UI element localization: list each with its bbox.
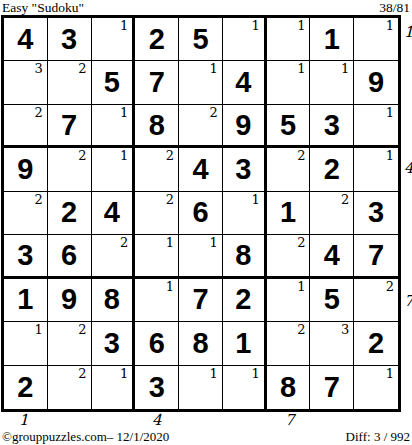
- cell-r9c3[interactable]: 1: [92, 366, 136, 409]
- cell-digit: 9: [354, 61, 398, 103]
- pencil-mark: 2: [297, 322, 305, 337]
- cell-r4c4[interactable]: 2: [135, 148, 179, 191]
- row-label-1: 1: [404, 25, 412, 39]
- pencil-mark: 1: [210, 61, 218, 76]
- cell-r3c3[interactable]: 1: [92, 105, 136, 148]
- cell-digit: 4: [92, 192, 133, 234]
- cell-digit: 2: [135, 18, 178, 60]
- cell-digit: 5: [267, 105, 310, 145]
- cell-digit: 7: [179, 279, 222, 321]
- pencil-mark: 1: [166, 279, 174, 294]
- cell-digit: 3: [4, 235, 47, 275]
- pencil-mark: 2: [78, 322, 86, 337]
- cell-r4c5[interactable]: 4: [179, 148, 223, 191]
- pencil-mark: 1: [120, 366, 128, 381]
- pencil-mark: 3: [34, 61, 42, 76]
- cell-r4c6[interactable]: 3: [223, 148, 267, 191]
- cell-r7c4[interactable]: 1: [135, 279, 179, 322]
- puzzle-page: Easy "Sudoku" 38/81 43125111132571411927…: [0, 0, 412, 445]
- cell-r1c5[interactable]: 5: [179, 18, 223, 61]
- row-label-7: 7: [404, 294, 412, 308]
- pencil-mark: 1: [251, 18, 259, 33]
- cell-r7c2[interactable]: 9: [48, 279, 92, 322]
- cell-r2c9[interactable]: 9: [354, 61, 398, 104]
- cell-r3c7[interactable]: 5: [267, 105, 311, 148]
- cell-digit: 5: [310, 279, 353, 321]
- pencil-mark: 1: [341, 61, 349, 76]
- cell-r8c9[interactable]: 2: [354, 322, 398, 365]
- cell-r9c4[interactable]: 3: [135, 366, 179, 409]
- cell-digit: 5: [179, 18, 222, 60]
- col-label-7: 7: [285, 413, 295, 427]
- cell-r9c7[interactable]: 8: [267, 366, 311, 409]
- cell-r5c8[interactable]: 2: [310, 192, 354, 235]
- cell-digit: 6: [135, 322, 178, 364]
- cell-r6c7[interactable]: 2: [267, 235, 311, 278]
- cell-r5c3[interactable]: 4: [92, 192, 136, 235]
- pencil-mark: 1: [386, 366, 394, 381]
- cell-digit: 8: [179, 322, 222, 364]
- sudoku-board: 4312511113257141192718295319212432212242…: [1, 15, 401, 412]
- cell-r8c8[interactable]: 3: [310, 322, 354, 365]
- cell-digit: 3: [48, 18, 91, 60]
- cell-r7c9[interactable]: 2: [354, 279, 398, 322]
- pencil-mark: 1: [297, 279, 305, 294]
- cell-digit: 2: [48, 192, 91, 234]
- pencil-mark: 1: [386, 18, 394, 33]
- col-label-4: 4: [152, 413, 162, 427]
- cell-r6c6[interactable]: 8: [223, 235, 267, 278]
- cell-r9c2[interactable]: 2: [48, 366, 92, 409]
- cell-digit: 6: [179, 192, 222, 234]
- cell-r8c6[interactable]: 1: [223, 322, 267, 365]
- cell-r9c9[interactable]: 1: [354, 366, 398, 409]
- pencil-mark: 1: [34, 322, 42, 337]
- cell-r8c3[interactable]: 3: [92, 322, 136, 365]
- pencil-mark: 2: [78, 148, 86, 163]
- cell-r9c8[interactable]: 7: [310, 366, 354, 409]
- cell-digit: 8: [223, 235, 264, 275]
- cell-r1c4[interactable]: 2: [135, 18, 179, 61]
- cell-r7c3[interactable]: 8: [92, 279, 136, 322]
- cell-r2c3[interactable]: 5: [92, 61, 136, 104]
- pencil-mark: 1: [210, 235, 218, 250]
- cell-r2c5[interactable]: 1: [179, 61, 223, 104]
- pencil-mark: 2: [78, 366, 86, 381]
- cell-r2c6[interactable]: 4: [223, 61, 267, 104]
- cell-r6c5[interactable]: 1: [179, 235, 223, 278]
- cell-digit: 2: [354, 322, 398, 364]
- cell-r4c9[interactable]: 1: [354, 148, 398, 191]
- cell-r8c7[interactable]: 2: [267, 322, 311, 365]
- cell-digit: 1: [267, 192, 310, 234]
- cell-r9c1[interactable]: 2: [4, 366, 48, 409]
- pencil-mark: 2: [297, 148, 305, 163]
- cell-r3c2[interactable]: 7: [48, 105, 92, 148]
- cell-r1c7[interactable]: 1: [267, 18, 311, 61]
- copyright-text: ©grouppuzzles.com– 12/1/2020: [2, 429, 169, 445]
- cell-r1c2[interactable]: 3: [48, 18, 92, 61]
- cell-r2c1[interactable]: 3: [4, 61, 48, 104]
- difficulty-text: Diff: 3 / 992: [346, 429, 410, 445]
- cell-r4c1[interactable]: 9: [4, 148, 48, 191]
- pencil-mark: 1: [120, 148, 128, 163]
- cell-r3c9[interactable]: 1: [354, 105, 398, 148]
- cell-digit: 2: [223, 279, 264, 321]
- cell-digit: 5: [92, 61, 133, 103]
- cell-r8c1[interactable]: 1: [4, 322, 48, 365]
- pencil-mark: 1: [386, 148, 394, 163]
- cell-r7c5[interactable]: 7: [179, 279, 223, 322]
- cell-r6c1[interactable]: 3: [4, 235, 48, 278]
- cell-digit: 9: [4, 148, 47, 190]
- cell-digit: 3: [310, 105, 353, 145]
- cell-r3c5[interactable]: 2: [179, 105, 223, 148]
- pencil-mark: 2: [297, 235, 305, 250]
- cell-r2c2[interactable]: 2: [48, 61, 92, 104]
- cell-r6c2[interactable]: 6: [48, 235, 92, 278]
- pencil-mark: 2: [34, 105, 42, 120]
- pencil-mark: 1: [251, 366, 259, 381]
- cell-digit: 9: [223, 105, 264, 145]
- cell-r7c8[interactable]: 5: [310, 279, 354, 322]
- pencil-mark: 2: [34, 192, 42, 207]
- cell-r9c6[interactable]: 1: [223, 366, 267, 409]
- cell-digit: 2: [310, 148, 353, 190]
- cell-r6c9[interactable]: 7: [354, 235, 398, 278]
- cell-r5c5[interactable]: 6: [179, 192, 223, 235]
- row-label-4: 4: [404, 161, 412, 175]
- cell-r8c5[interactable]: 8: [179, 322, 223, 365]
- pencil-mark: 2: [120, 235, 128, 250]
- cell-r3c1[interactable]: 2: [4, 105, 48, 148]
- cell-r5c6[interactable]: 1: [223, 192, 267, 235]
- pencil-mark: 1: [386, 105, 394, 120]
- pencil-mark: 1: [120, 18, 128, 33]
- cell-digit: 6: [48, 235, 91, 275]
- pencil-mark: 2: [341, 192, 349, 207]
- cell-r1c8[interactable]: 1: [310, 18, 354, 61]
- cell-digit: 7: [135, 61, 178, 103]
- pencil-mark: 1: [120, 105, 128, 120]
- cell-r4c7[interactable]: 2: [267, 148, 311, 191]
- cell-digit: 4: [179, 148, 222, 190]
- pencil-mark: 2: [210, 105, 218, 120]
- cell-digit: 3: [354, 192, 398, 234]
- cell-r2c8[interactable]: 1: [310, 61, 354, 104]
- cell-digit: 7: [310, 366, 353, 409]
- cell-r8c4[interactable]: 6: [135, 322, 179, 365]
- cell-r1c9[interactable]: 1: [354, 18, 398, 61]
- pencil-mark: 1: [251, 192, 259, 207]
- cell-digit: 4: [310, 235, 353, 275]
- cell-r7c6[interactable]: 2: [223, 279, 267, 322]
- pencil-mark: 1: [297, 18, 305, 33]
- cell-r5c1[interactable]: 2: [4, 192, 48, 235]
- cell-r5c4[interactable]: 2: [135, 192, 179, 235]
- cell-r9c5[interactable]: 1: [179, 366, 223, 409]
- cell-digit: 8: [135, 105, 178, 145]
- cell-r3c6[interactable]: 9: [223, 105, 267, 148]
- cell-digit: 4: [223, 61, 264, 103]
- pencil-mark: 1: [210, 366, 218, 381]
- pencil-mark: 2: [78, 61, 86, 76]
- cell-r7c7[interactable]: 1: [267, 279, 311, 322]
- cell-r5c2[interactable]: 2: [48, 192, 92, 235]
- cell-digit: 7: [48, 105, 91, 145]
- cell-digit: 1: [223, 322, 264, 364]
- page-title: Easy "Sudoku": [2, 0, 84, 16]
- cell-r8c2[interactable]: 2: [48, 322, 92, 365]
- cell-digit: 3: [223, 148, 264, 190]
- cell-r6c4[interactable]: 1: [135, 235, 179, 278]
- cell-digit: 8: [92, 279, 133, 321]
- cell-r6c8[interactable]: 4: [310, 235, 354, 278]
- cell-digit: 1: [310, 18, 353, 60]
- cell-r3c4[interactable]: 8: [135, 105, 179, 148]
- progress-counter: 38/81: [379, 0, 410, 16]
- cell-r2c7[interactable]: 1: [267, 61, 311, 104]
- col-label-1: 1: [19, 413, 29, 427]
- pencil-mark: 1: [166, 235, 174, 250]
- pencil-mark: 2: [386, 279, 394, 294]
- cell-r3c8[interactable]: 3: [310, 105, 354, 148]
- cell-r6c3[interactable]: 2: [92, 235, 136, 278]
- cell-digit: 3: [92, 322, 133, 364]
- pencil-mark: 3: [341, 322, 349, 337]
- cell-r4c3[interactable]: 1: [92, 148, 136, 191]
- pencil-mark: 2: [166, 148, 174, 163]
- cell-digit: 7: [354, 235, 398, 275]
- cell-digit: 9: [48, 279, 91, 321]
- cell-r1c1[interactable]: 4: [4, 18, 48, 61]
- cell-digit: 2: [4, 366, 47, 409]
- cell-r5c9[interactable]: 3: [354, 192, 398, 235]
- pencil-mark: 2: [166, 192, 174, 207]
- cell-digit: 1: [4, 279, 47, 321]
- cell-r2c4[interactable]: 7: [135, 61, 179, 104]
- cell-r4c2[interactable]: 2: [48, 148, 92, 191]
- cell-digit: 8: [267, 366, 310, 409]
- cell-r5c7[interactable]: 1: [267, 192, 311, 235]
- cell-digit: 4: [4, 18, 47, 60]
- cell-digit: 3: [135, 366, 178, 409]
- pencil-mark: 1: [297, 61, 305, 76]
- cell-r1c6[interactable]: 1: [223, 18, 267, 61]
- cell-r1c3[interactable]: 1: [92, 18, 136, 61]
- cell-r4c8[interactable]: 2: [310, 148, 354, 191]
- cell-r7c1[interactable]: 1: [4, 279, 48, 322]
